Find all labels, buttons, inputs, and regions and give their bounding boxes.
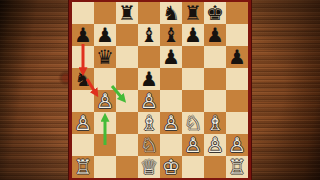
square-a4[interactable] (72, 90, 94, 112)
square-e4[interactable] (160, 90, 182, 112)
square-h5[interactable] (226, 68, 248, 90)
piece-bQ-b6: ♛ (96, 46, 114, 68)
square-c6[interactable] (116, 46, 138, 68)
square-b1[interactable] (94, 156, 116, 178)
square-f8[interactable]: ♜ (182, 2, 204, 24)
square-f4[interactable] (182, 90, 204, 112)
square-d3[interactable]: ♗ (138, 112, 160, 134)
piece-bP-g7: ♟ (206, 24, 224, 46)
square-d8[interactable] (138, 2, 160, 24)
square-e5[interactable] (160, 68, 182, 90)
square-g7[interactable]: ♟ (204, 24, 226, 46)
square-a6[interactable] (72, 46, 94, 68)
piece-wP-f2: ♙ (184, 134, 202, 156)
square-f3[interactable]: ♘ (182, 112, 204, 134)
piece-wR-h1: ♖ (228, 156, 246, 178)
chess-board[interactable]: ♜♞♜♚♟♟♝♝♟♟♛♟♟♞♟♙♙♙♗♙♘♗♘♙♙♙♖♕♔♖ (69, 0, 251, 180)
square-f1[interactable] (182, 156, 204, 178)
piece-wK-e1: ♔ (162, 156, 180, 178)
square-e6[interactable]: ♟ (160, 46, 182, 68)
square-b8[interactable] (94, 2, 116, 24)
square-a7[interactable]: ♟ (72, 24, 94, 46)
piece-wR-a1: ♖ (74, 156, 92, 178)
square-a1[interactable]: ♖ (72, 156, 94, 178)
piece-bK-g8: ♚ (206, 2, 224, 24)
square-c5[interactable] (116, 68, 138, 90)
square-c7[interactable] (116, 24, 138, 46)
square-b7[interactable]: ♟ (94, 24, 116, 46)
piece-bN-a5: ♞ (74, 68, 92, 90)
piece-bR-f8: ♜ (184, 2, 202, 24)
square-b5[interactable] (94, 68, 116, 90)
square-f2[interactable]: ♙ (182, 134, 204, 156)
square-e7[interactable]: ♝ (160, 24, 182, 46)
piece-wQ-d1: ♕ (140, 156, 158, 178)
piece-bP-a7: ♟ (74, 24, 92, 46)
square-h7[interactable] (226, 24, 248, 46)
piece-bB-d7: ♝ (140, 24, 158, 46)
piece-wP-e3: ♙ (162, 112, 180, 134)
square-e3[interactable]: ♙ (160, 112, 182, 134)
square-d7[interactable]: ♝ (138, 24, 160, 46)
board-squares: ♜♞♜♚♟♟♝♝♟♟♛♟♟♞♟♙♙♙♗♙♘♗♘♙♙♙♖♕♔♖ (72, 2, 248, 178)
piece-wB-d3: ♗ (140, 112, 158, 134)
piece-wN-d2: ♘ (140, 134, 158, 156)
square-b4[interactable]: ♙ (94, 90, 116, 112)
square-c1[interactable] (116, 156, 138, 178)
piece-wB-g3: ♗ (206, 112, 224, 134)
piece-bP-b7: ♟ (96, 24, 114, 46)
square-h4[interactable] (226, 90, 248, 112)
square-d2[interactable]: ♘ (138, 134, 160, 156)
piece-bB-e7: ♝ (162, 24, 180, 46)
square-b3[interactable] (94, 112, 116, 134)
square-h6[interactable]: ♟ (226, 46, 248, 68)
square-b2[interactable] (94, 134, 116, 156)
square-h3[interactable] (226, 112, 248, 134)
square-f5[interactable] (182, 68, 204, 90)
square-a5[interactable]: ♞ (72, 68, 94, 90)
square-g2[interactable]: ♙ (204, 134, 226, 156)
piece-wP-h2: ♙ (228, 134, 246, 156)
square-a2[interactable] (72, 134, 94, 156)
piece-wP-d4: ♙ (140, 90, 158, 112)
square-c3[interactable] (116, 112, 138, 134)
square-a8[interactable] (72, 2, 94, 24)
video-frame: ♜♞♜♚♟♟♝♝♟♟♛♟♟♞♟♙♙♙♗♙♘♗♘♙♙♙♖♕♔♖ (0, 0, 320, 180)
square-e8[interactable]: ♞ (160, 2, 182, 24)
square-g1[interactable] (204, 156, 226, 178)
piece-bR-c8: ♜ (118, 2, 136, 24)
square-g6[interactable] (204, 46, 226, 68)
square-c4[interactable] (116, 90, 138, 112)
square-e1[interactable]: ♔ (160, 156, 182, 178)
square-h8[interactable] (226, 2, 248, 24)
piece-bP-h6: ♟ (228, 46, 246, 68)
square-f6[interactable] (182, 46, 204, 68)
piece-wP-g2: ♙ (206, 134, 224, 156)
square-b6[interactable]: ♛ (94, 46, 116, 68)
square-g5[interactable] (204, 68, 226, 90)
square-d4[interactable]: ♙ (138, 90, 160, 112)
square-e2[interactable] (160, 134, 182, 156)
piece-bP-e6: ♟ (162, 46, 180, 68)
square-g3[interactable]: ♗ (204, 112, 226, 134)
square-d5[interactable]: ♟ (138, 68, 160, 90)
piece-wN-f3: ♘ (184, 112, 202, 134)
square-g4[interactable] (204, 90, 226, 112)
square-c2[interactable] (116, 134, 138, 156)
piece-wP-b4: ♙ (96, 90, 114, 112)
square-g8[interactable]: ♚ (204, 2, 226, 24)
square-h2[interactable]: ♙ (226, 134, 248, 156)
piece-wP-a3: ♙ (74, 112, 92, 134)
piece-bP-d5: ♟ (140, 68, 158, 90)
square-f7[interactable]: ♟ (182, 24, 204, 46)
piece-bN-e8: ♞ (162, 2, 180, 24)
square-d6[interactable] (138, 46, 160, 68)
square-d1[interactable]: ♕ (138, 156, 160, 178)
square-a3[interactable]: ♙ (72, 112, 94, 134)
piece-bP-f7: ♟ (184, 24, 202, 46)
square-c8[interactable]: ♜ (116, 2, 138, 24)
square-h1[interactable]: ♖ (226, 156, 248, 178)
